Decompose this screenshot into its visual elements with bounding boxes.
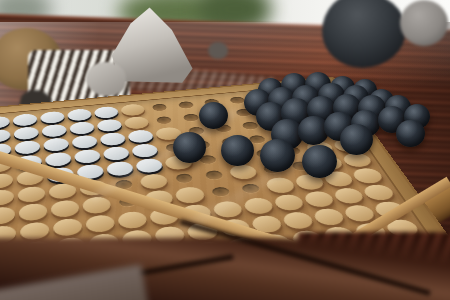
wood-disc [306,99,335,112]
board-hole [155,116,172,125]
board-hole [198,155,217,165]
board-hole [275,132,294,141]
photo-scene [0,0,450,300]
white-disc [96,118,123,132]
wood-disc [0,173,13,190]
white-disc [71,134,98,149]
white-disc [43,137,70,152]
wood-disc [155,126,183,140]
wood-disc [85,214,116,234]
wood-disc [227,164,259,180]
white-disc [74,149,102,165]
white-disc [12,113,37,127]
white-disc [102,146,130,161]
board-hole [268,119,286,128]
board-hole [204,170,223,180]
board-hole [220,138,239,147]
white-disc [99,132,127,147]
white-disc [44,151,72,167]
wood-disc [361,183,396,201]
small-grey-rock [86,62,126,96]
grey-sphere-stone [400,0,448,46]
wood-disc [341,152,374,168]
wood-disc [120,103,146,116]
wood-disc [117,210,149,229]
white-disc [127,129,155,144]
board-hole [261,106,279,114]
white-disc [14,140,40,155]
board-hole [182,113,199,121]
board-hole [254,94,271,102]
board-hole [241,121,259,130]
white-disc [93,106,119,119]
wood-disc [323,124,354,138]
white-disc [40,110,65,124]
wood-disc [18,203,48,222]
wood-disc [242,197,276,215]
board-hole [227,152,246,162]
white-disc [67,108,93,121]
wood-disc [123,116,150,130]
wood-disc [332,138,364,153]
wood-disc [0,206,15,225]
board-hole [229,96,246,104]
board-hole [255,149,274,159]
board-hole [193,140,211,149]
wood-disc [0,189,14,207]
board-hole [151,103,168,111]
wood-disc [50,199,80,218]
board-hole [203,98,220,106]
wood-disc [351,167,385,184]
small-pebble [208,42,228,59]
board-hole [286,104,304,112]
wood-disc [52,217,83,237]
board-hole [294,116,313,125]
wood-disc [299,87,328,99]
white-disc [41,123,67,137]
board-hole [248,135,267,144]
board-hole [177,101,194,109]
wood-disc [272,193,306,211]
white-disc [13,126,39,140]
wood-disc [314,111,344,125]
wood-disc [17,186,46,204]
wood-disc [174,186,206,204]
board-hole [175,173,194,183]
white-disc [69,121,95,135]
wood-disc [139,173,169,190]
